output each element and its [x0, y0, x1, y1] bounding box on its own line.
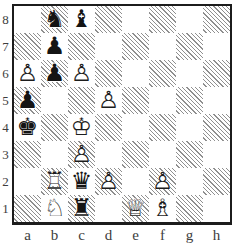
square-e4	[122, 114, 149, 141]
square-a1	[14, 195, 41, 222]
piece-white-king: ♚♔	[68, 114, 95, 141]
square-f1: ♝♗	[149, 195, 176, 222]
piece-black-rook: ♜	[68, 195, 95, 222]
square-h3	[203, 141, 230, 168]
square-b6: ♟	[41, 60, 68, 87]
square-b8: ♞	[41, 6, 68, 33]
piece-white-pawn: ♟♙	[14, 60, 41, 87]
file-label-h: h	[203, 225, 230, 245]
square-b2: ♜♖	[41, 168, 68, 195]
rank-label-8: 8	[0, 6, 11, 33]
square-c6: ♟♙	[68, 60, 95, 87]
file-label-b: b	[41, 225, 68, 245]
square-f2: ♟♙	[149, 168, 176, 195]
file-labels: abcdefgh	[14, 225, 230, 245]
piece-black-pawn: ♟	[41, 60, 68, 87]
piece-white-pawn: ♟♙	[149, 168, 176, 195]
square-h7	[203, 33, 230, 60]
square-e6	[122, 60, 149, 87]
square-a6: ♟♙	[14, 60, 41, 87]
square-f7	[149, 33, 176, 60]
square-c8: ♝	[68, 6, 95, 33]
square-g1	[176, 195, 203, 222]
square-c5	[68, 87, 95, 114]
square-c4: ♚♔	[68, 114, 95, 141]
piece-black-queen: ♛	[68, 168, 95, 195]
rank-label-2: 2	[0, 168, 11, 195]
file-label-a: a	[14, 225, 41, 245]
rank-label-6: 6	[0, 60, 11, 87]
square-b1: ♞♘	[41, 195, 68, 222]
square-a8	[14, 6, 41, 33]
square-c2: ♛	[68, 168, 95, 195]
square-e8	[122, 6, 149, 33]
square-h8	[203, 6, 230, 33]
square-a2	[14, 168, 41, 195]
square-e2	[122, 168, 149, 195]
square-d4	[95, 114, 122, 141]
square-a5: ♟	[14, 87, 41, 114]
square-d8	[95, 6, 122, 33]
square-g5	[176, 87, 203, 114]
rank-label-4: 4	[0, 114, 11, 141]
square-f3	[149, 141, 176, 168]
square-h4	[203, 114, 230, 141]
square-h1	[203, 195, 230, 222]
file-label-g: g	[176, 225, 203, 245]
square-f8	[149, 6, 176, 33]
board: ♞♝♟♟♙♟♟♙♟♟♙♚♚♔♟♙♜♖♛♟♙♟♙♞♘♜♛♕♝♗	[12, 4, 232, 225]
square-h2	[203, 168, 230, 195]
square-f6	[149, 60, 176, 87]
file-label-f: f	[149, 225, 176, 245]
piece-black-pawn: ♟	[41, 33, 68, 60]
file-label-c: c	[68, 225, 95, 245]
square-a4: ♚	[14, 114, 41, 141]
square-b7: ♟	[41, 33, 68, 60]
square-g3	[176, 141, 203, 168]
square-e5	[122, 87, 149, 114]
piece-black-pawn: ♟	[14, 87, 41, 114]
file-label-e: e	[122, 225, 149, 245]
square-g2	[176, 168, 203, 195]
square-g8	[176, 6, 203, 33]
file-label-d: d	[95, 225, 122, 245]
square-d2: ♟♙	[95, 168, 122, 195]
square-d6	[95, 60, 122, 87]
piece-white-pawn: ♟♙	[95, 168, 122, 195]
square-g7	[176, 33, 203, 60]
rank-label-3: 3	[0, 141, 11, 168]
square-h5	[203, 87, 230, 114]
square-b5	[41, 87, 68, 114]
chess-diagram: 87654321 ♞♝♟♟♙♟♟♙♟♟♙♚♚♔♟♙♜♖♛♟♙♟♙♞♘♜♛♕♝♗ …	[0, 0, 238, 247]
piece-white-rook: ♜♖	[41, 168, 68, 195]
square-f4	[149, 114, 176, 141]
piece-black-king: ♚	[14, 114, 41, 141]
square-c3: ♟♙	[68, 141, 95, 168]
piece-white-bishop: ♝♗	[149, 195, 176, 222]
piece-white-queen: ♛♕	[122, 195, 149, 222]
square-h6	[203, 60, 230, 87]
rank-label-5: 5	[0, 87, 11, 114]
piece-white-pawn: ♟♙	[68, 141, 95, 168]
square-b3	[41, 141, 68, 168]
piece-black-knight: ♞	[41, 6, 68, 33]
square-f5	[149, 87, 176, 114]
square-g4	[176, 114, 203, 141]
piece-white-knight: ♞♘	[41, 195, 68, 222]
square-d1	[95, 195, 122, 222]
square-d7	[95, 33, 122, 60]
square-c7	[68, 33, 95, 60]
square-a3	[14, 141, 41, 168]
square-g6	[176, 60, 203, 87]
piece-white-pawn: ♟♙	[95, 87, 122, 114]
piece-white-pawn: ♟♙	[68, 60, 95, 87]
square-a7	[14, 33, 41, 60]
square-e1: ♛♕	[122, 195, 149, 222]
square-b4	[41, 114, 68, 141]
square-e3	[122, 141, 149, 168]
square-e7	[122, 33, 149, 60]
square-d5: ♟♙	[95, 87, 122, 114]
square-d3	[95, 141, 122, 168]
piece-black-bishop: ♝	[68, 6, 95, 33]
rank-label-1: 1	[0, 195, 11, 222]
square-c1: ♜	[68, 195, 95, 222]
rank-label-7: 7	[0, 33, 11, 60]
rank-labels: 87654321	[0, 6, 11, 222]
